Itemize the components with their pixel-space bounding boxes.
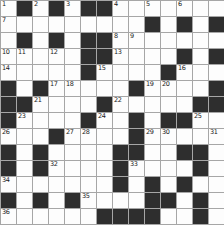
- cell-r7c7[interactable]: [113, 113, 129, 129]
- clue-number-12: 12: [50, 49, 58, 56]
- cell-r13c10[interactable]: [161, 209, 177, 225]
- block-cell-r4c10: [161, 65, 177, 81]
- cell-r7c9[interactable]: [145, 113, 161, 129]
- cell-r3c12[interactable]: [193, 49, 209, 65]
- cell-r7c1[interactable]: 23: [17, 113, 33, 129]
- cell-r1c4[interactable]: [65, 17, 81, 33]
- cell-r11c12[interactable]: [193, 177, 209, 193]
- cell-r12c1[interactable]: [17, 193, 33, 209]
- cell-r10c5[interactable]: [81, 161, 97, 177]
- cell-r7c4[interactable]: [65, 113, 81, 129]
- cell-r2c9[interactable]: [145, 33, 161, 49]
- cell-r10c6[interactable]: [97, 161, 113, 177]
- block-cell-r13c7: [113, 209, 129, 225]
- cell-r5c1[interactable]: [17, 81, 33, 97]
- clue-number-18: 18: [66, 81, 74, 88]
- cell-r5c3[interactable]: 17: [49, 81, 65, 97]
- cell-r12c5[interactable]: 35: [81, 193, 97, 209]
- cell-r4c2[interactable]: [33, 65, 49, 81]
- clue-number-14: 14: [2, 65, 10, 72]
- cell-r0c10[interactable]: [161, 1, 177, 17]
- block-cell-r0c5: [81, 1, 97, 17]
- cell-r10c13[interactable]: [209, 161, 224, 177]
- block-cell-r4c5: [81, 65, 97, 81]
- cell-r4c0[interactable]: 14: [1, 65, 17, 81]
- cell-r12c7[interactable]: [113, 193, 129, 209]
- cell-r0c0[interactable]: 1: [1, 1, 17, 17]
- cell-r4c7[interactable]: [113, 65, 129, 81]
- cell-r2c10[interactable]: [161, 33, 177, 49]
- cell-r8c6[interactable]: [97, 129, 113, 145]
- cell-r6c7[interactable]: 22: [113, 97, 129, 113]
- block-cell-r12c0: [1, 193, 17, 209]
- cell-r8c0[interactable]: 26: [1, 129, 17, 145]
- clue-number-26: 26: [2, 129, 10, 136]
- cell-r13c11[interactable]: [177, 209, 193, 225]
- block-cell-r6c12: [193, 97, 209, 113]
- cell-r11c1[interactable]: [17, 177, 33, 193]
- clue-number-30: 30: [162, 129, 170, 136]
- clue-number-29: 29: [146, 129, 154, 136]
- cell-r9c6[interactable]: [97, 145, 113, 161]
- block-cell-r7c8: [129, 113, 145, 129]
- cell-r7c12[interactable]: 25: [193, 113, 209, 129]
- cell-r12c8[interactable]: [129, 193, 145, 209]
- cell-r1c2[interactable]: [33, 17, 49, 33]
- cell-r7c3[interactable]: [49, 113, 65, 129]
- cell-r0c2[interactable]: 2: [33, 1, 49, 17]
- block-cell-r12c10: [161, 193, 177, 209]
- cell-r0c13[interactable]: [209, 1, 224, 17]
- cell-r11c3[interactable]: [49, 177, 65, 193]
- cell-r9c1[interactable]: [17, 145, 33, 161]
- cell-r8c13[interactable]: 31: [209, 129, 224, 145]
- clue-number-25: 25: [194, 113, 202, 120]
- clue-number-35: 35: [82, 193, 90, 200]
- cell-r8c5[interactable]: 28: [81, 129, 97, 145]
- cell-r6c9[interactable]: [145, 97, 161, 113]
- clue-number-8: 8: [114, 33, 118, 40]
- cell-r8c4[interactable]: 27: [65, 129, 81, 145]
- block-cell-r0c6: [97, 1, 113, 17]
- cell-r3c8[interactable]: [129, 49, 145, 65]
- cell-r8c1[interactable]: [17, 129, 33, 145]
- clue-number-36: 36: [2, 209, 10, 216]
- cell-r9c13[interactable]: [209, 145, 224, 161]
- cell-r4c1[interactable]: [17, 65, 33, 81]
- clue-number-7: 7: [2, 17, 6, 24]
- block-cell-r7c11: [177, 113, 193, 129]
- cell-r5c11[interactable]: [177, 81, 193, 97]
- block-cell-r11c11: [177, 177, 193, 193]
- cell-r2c8[interactable]: 9: [129, 33, 145, 49]
- cell-r3c4[interactable]: [65, 49, 81, 65]
- crossword-grid: 1234567891011121314151617181920212223242…: [0, 0, 224, 225]
- block-cell-r5c8: [129, 81, 145, 97]
- clue-number-1: 1: [2, 1, 6, 8]
- cell-r4c13[interactable]: [209, 65, 224, 81]
- cell-r7c2[interactable]: [33, 113, 49, 129]
- cell-r2c7[interactable]: 8: [113, 33, 129, 49]
- cell-r1c7[interactable]: [113, 17, 129, 33]
- clue-number-24: 24: [98, 113, 106, 120]
- cell-r6c3[interactable]: [49, 97, 65, 113]
- clue-number-33: 33: [130, 161, 138, 168]
- block-cell-r12c12: [193, 193, 209, 209]
- cell-r1c8[interactable]: [129, 17, 145, 33]
- cell-r7c13[interactable]: [209, 113, 224, 129]
- cell-r5c4[interactable]: 18: [65, 81, 81, 97]
- clue-number-31: 31: [210, 129, 218, 136]
- cell-r3c1[interactable]: 11: [17, 49, 33, 65]
- clue-number-5: 5: [146, 1, 150, 8]
- cell-r7c6[interactable]: 24: [97, 113, 113, 129]
- cell-r2c0[interactable]: [1, 33, 17, 49]
- block-cell-r8c8: [129, 129, 145, 145]
- block-cell-r9c12: [193, 145, 209, 161]
- cell-r8c10[interactable]: 30: [161, 129, 177, 145]
- cell-r2c12[interactable]: [193, 33, 209, 49]
- cell-r12c13[interactable]: [209, 193, 224, 209]
- cell-r11c0[interactable]: 34: [1, 177, 17, 193]
- cell-r1c12[interactable]: [193, 17, 209, 33]
- cell-r1c3[interactable]: [49, 17, 65, 33]
- clue-number-15: 15: [98, 65, 106, 72]
- block-cell-r9c11: [177, 145, 193, 161]
- block-cell-r11c7: [113, 177, 129, 193]
- cell-r10c8[interactable]: 33: [129, 161, 145, 177]
- cell-r5c6[interactable]: [97, 81, 113, 97]
- cell-r10c1[interactable]: [17, 161, 33, 177]
- cell-r3c2[interactable]: [33, 49, 49, 65]
- cell-r11c2[interactable]: [33, 177, 49, 193]
- clue-number-34: 34: [2, 177, 10, 184]
- clue-number-4: 4: [114, 1, 118, 8]
- block-cell-r2c3: [49, 33, 65, 49]
- cell-r6c11[interactable]: [177, 97, 193, 113]
- cell-r12c6[interactable]: [97, 193, 113, 209]
- block-cell-r10c2: [33, 161, 49, 177]
- clue-number-32: 32: [50, 161, 58, 168]
- cell-r9c10[interactable]: [161, 145, 177, 161]
- clue-number-27: 27: [66, 129, 74, 136]
- cell-r1c5[interactable]: [81, 17, 97, 33]
- cell-r0c7[interactable]: 4: [113, 1, 129, 17]
- cell-r3c9[interactable]: [145, 49, 161, 65]
- cell-r8c7[interactable]: [113, 129, 129, 145]
- block-cell-r1c9: [145, 17, 161, 33]
- cell-r11c6[interactable]: [97, 177, 113, 193]
- cell-r5c9[interactable]: 19: [145, 81, 161, 97]
- block-cell-r10c12: [193, 161, 209, 177]
- cell-r10c9[interactable]: [145, 161, 161, 177]
- cell-r10c10[interactable]: [161, 161, 177, 177]
- block-cell-r12c2: [33, 193, 49, 209]
- cell-r8c2[interactable]: [33, 129, 49, 145]
- block-cell-r13c6: [97, 209, 113, 225]
- cell-r3c10[interactable]: [161, 49, 177, 65]
- clue-number-19: 19: [146, 81, 154, 88]
- cell-r6c10[interactable]: [161, 97, 177, 113]
- cell-r13c4[interactable]: [65, 209, 81, 225]
- block-cell-r8c3: [49, 129, 65, 145]
- cell-r4c12[interactable]: [193, 65, 209, 81]
- cell-r12c11[interactable]: [177, 193, 193, 209]
- cell-r1c6[interactable]: [97, 17, 113, 33]
- cell-r13c1[interactable]: [17, 209, 33, 225]
- cell-r5c12[interactable]: [193, 81, 209, 97]
- cell-r9c9[interactable]: [145, 145, 161, 161]
- clue-number-6: 6: [178, 1, 182, 8]
- cell-r8c12[interactable]: [193, 129, 209, 145]
- block-cell-r6c6: [97, 97, 113, 113]
- block-cell-r13c8: [129, 209, 145, 225]
- clue-number-21: 21: [34, 97, 42, 104]
- cell-r10c11[interactable]: [177, 161, 193, 177]
- cell-r13c5[interactable]: [81, 209, 97, 225]
- block-cell-r0c1: [17, 1, 33, 17]
- cell-r9c3[interactable]: [49, 145, 65, 161]
- clue-number-9: 9: [130, 33, 134, 40]
- block-cell-r3c5: [81, 49, 97, 65]
- cell-r5c7[interactable]: [113, 81, 129, 97]
- cell-r11c10[interactable]: [161, 177, 177, 193]
- block-cell-r5c13: [209, 81, 224, 97]
- cell-r4c9[interactable]: [145, 65, 161, 81]
- block-cell-r13c9: [145, 209, 161, 225]
- cell-r2c11[interactable]: [177, 33, 193, 49]
- block-cell-r9c7: [113, 145, 129, 161]
- cell-r9c5[interactable]: [81, 145, 97, 161]
- cell-r9c4[interactable]: [65, 145, 81, 161]
- cell-r1c0[interactable]: 7: [1, 17, 17, 33]
- cell-r2c13[interactable]: [209, 33, 224, 49]
- block-cell-r11c9: [145, 177, 161, 193]
- block-cell-r7c5: [81, 113, 97, 129]
- clue-number-20: 20: [162, 81, 170, 88]
- block-cell-r0c3: [49, 1, 65, 17]
- cell-r6c8[interactable]: [129, 97, 145, 113]
- block-cell-r2c6: [97, 33, 113, 49]
- block-cell-r3c6: [97, 49, 113, 65]
- clue-number-2: 2: [34, 1, 38, 8]
- block-cell-r5c0: [1, 81, 17, 97]
- block-cell-r12c4: [65, 193, 81, 209]
- cell-r13c13[interactable]: [209, 209, 224, 225]
- block-cell-r5c2: [33, 81, 49, 97]
- cell-r3c7[interactable]: 13: [113, 49, 129, 65]
- cell-r4c4[interactable]: [65, 65, 81, 81]
- block-cell-r6c1: [17, 97, 33, 113]
- cell-r8c9[interactable]: 29: [145, 129, 161, 145]
- clue-number-28: 28: [82, 129, 90, 136]
- cell-r13c0[interactable]: 36: [1, 209, 17, 225]
- cell-r12c3[interactable]: [49, 193, 65, 209]
- clue-number-16: 16: [178, 65, 186, 72]
- cell-r4c11[interactable]: 16: [177, 65, 193, 81]
- clue-number-13: 13: [114, 49, 122, 56]
- block-cell-r7c10: [161, 113, 177, 129]
- block-cell-r1c11: [177, 17, 193, 33]
- block-cell-r13c12: [193, 209, 209, 225]
- cell-r11c8[interactable]: [129, 177, 145, 193]
- cell-r13c2[interactable]: [33, 209, 49, 225]
- cell-r6c2[interactable]: 21: [33, 97, 49, 113]
- cell-r8c11[interactable]: [177, 129, 193, 145]
- block-cell-r9c2: [33, 145, 49, 161]
- cell-r6c5[interactable]: [81, 97, 97, 113]
- block-cell-r1c13: [209, 17, 224, 33]
- cell-r6c4[interactable]: [65, 97, 81, 113]
- block-cell-r7c0: [1, 113, 17, 129]
- cell-r3c3[interactable]: 12: [49, 49, 65, 65]
- clue-number-3: 3: [66, 1, 70, 8]
- block-cell-r9c8: [129, 145, 145, 161]
- cell-r4c3[interactable]: [49, 65, 65, 81]
- block-cell-r10c0: [1, 161, 17, 177]
- block-cell-r12c9: [145, 193, 161, 209]
- block-cell-r2c1: [17, 33, 33, 49]
- cell-r0c4[interactable]: 3: [65, 1, 81, 17]
- cell-r5c5[interactable]: [81, 81, 97, 97]
- cell-r0c12[interactable]: [193, 1, 209, 17]
- block-cell-r6c0: [1, 97, 17, 113]
- cell-r2c4[interactable]: [65, 33, 81, 49]
- cell-r11c4[interactable]: [65, 177, 81, 193]
- cell-r5c10[interactable]: 20: [161, 81, 177, 97]
- clue-number-23: 23: [18, 113, 26, 120]
- clue-number-11: 11: [18, 49, 26, 56]
- cell-r3c0[interactable]: 10: [1, 49, 17, 65]
- cell-r1c10[interactable]: [161, 17, 177, 33]
- cell-r11c5[interactable]: [81, 177, 97, 193]
- cell-r0c8[interactable]: [129, 1, 145, 17]
- cell-r0c11[interactable]: 6: [177, 1, 193, 17]
- clue-number-17: 17: [50, 81, 58, 88]
- cell-r11c13[interactable]: [209, 177, 224, 193]
- cell-r2c2[interactable]: [33, 33, 49, 49]
- block-cell-r9c0: [1, 145, 17, 161]
- block-cell-r3c11: [177, 49, 193, 65]
- cell-r13c3[interactable]: [49, 209, 65, 225]
- cell-r10c3[interactable]: 32: [49, 161, 65, 177]
- cell-r4c8[interactable]: [129, 65, 145, 81]
- cell-r0c9[interactable]: 5: [145, 1, 161, 17]
- block-cell-r3c13: [209, 49, 224, 65]
- block-cell-r2c5: [81, 33, 97, 49]
- clue-number-10: 10: [2, 49, 10, 56]
- cell-r10c4[interactable]: [65, 161, 81, 177]
- clue-number-22: 22: [114, 97, 122, 104]
- cell-r1c1[interactable]: [17, 17, 33, 33]
- block-cell-r6c13: [209, 97, 224, 113]
- cell-r4c6[interactable]: 15: [97, 65, 113, 81]
- block-cell-r10c7: [113, 161, 129, 177]
